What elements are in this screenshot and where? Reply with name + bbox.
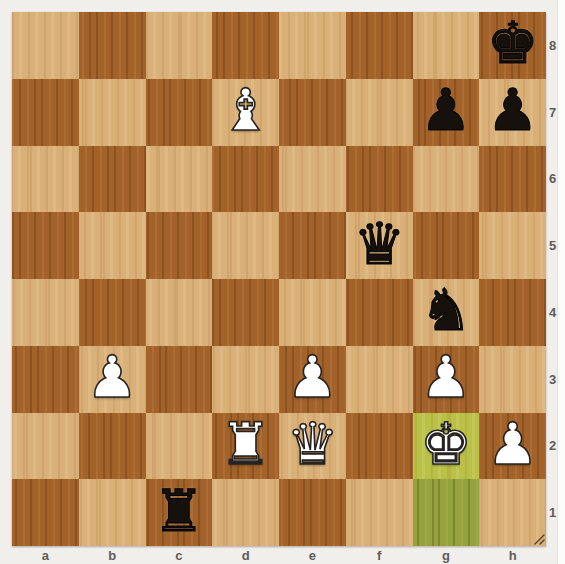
board-resize-handle-icon[interactable] [531,531,545,545]
black-pawn-h7[interactable]: ♟ [487,79,539,143]
square-b8[interactable] [79,12,146,79]
white-rook-d2[interactable]: ♜ [220,413,272,477]
square-h7[interactable]: ♟ [479,79,546,146]
square-d6[interactable] [212,146,279,213]
black-queen-f5[interactable]: ♛ [353,212,405,276]
black-pawn-g7[interactable]: ♟ [420,79,472,143]
chess-app-screen: ♚♝♟♟♛♞♟♟♟♜♛♚♟♜ abcdefgh 87654321 [0,0,565,564]
square-b2[interactable] [79,413,146,480]
square-f3[interactable] [346,346,413,413]
square-a2[interactable] [12,413,79,480]
file-label-d: d [212,546,279,564]
white-pawn-b3[interactable]: ♟ [86,346,138,410]
square-f6[interactable] [346,146,413,213]
square-e3[interactable]: ♟ [279,346,346,413]
file-label-a: a [12,546,79,564]
square-d1[interactable] [212,479,279,546]
white-pawn-g3[interactable]: ♟ [420,346,472,410]
square-e8[interactable] [279,12,346,79]
file-label-c: c [146,546,213,564]
square-h4[interactable] [479,279,546,346]
square-e2[interactable]: ♛ [279,413,346,480]
square-f1[interactable] [346,479,413,546]
square-d3[interactable] [212,346,279,413]
square-b5[interactable] [79,212,146,279]
square-c7[interactable] [146,79,213,146]
square-h6[interactable] [479,146,546,213]
square-g6[interactable] [413,146,480,213]
square-a6[interactable] [12,146,79,213]
white-king-g2[interactable]: ♚ [420,413,472,477]
square-d4[interactable] [212,279,279,346]
file-label-b: b [79,546,146,564]
square-a4[interactable] [12,279,79,346]
square-e7[interactable] [279,79,346,146]
square-f5[interactable]: ♛ [346,212,413,279]
square-c5[interactable] [146,212,213,279]
square-c4[interactable] [146,279,213,346]
square-a3[interactable] [12,346,79,413]
square-e4[interactable] [279,279,346,346]
square-a1[interactable] [12,479,79,546]
white-bishop-d7[interactable]: ♝ [220,79,272,143]
square-g4[interactable]: ♞ [413,279,480,346]
black-king-h8[interactable]: ♚ [487,12,539,76]
square-h3[interactable] [479,346,546,413]
square-g7[interactable]: ♟ [413,79,480,146]
square-a7[interactable] [12,79,79,146]
square-h2[interactable]: ♟ [479,413,546,480]
file-label-g: g [413,546,480,564]
square-e6[interactable] [279,146,346,213]
square-h5[interactable] [479,212,546,279]
square-d7[interactable]: ♝ [212,79,279,146]
square-d8[interactable] [212,12,279,79]
side-panel-edge [557,0,565,564]
square-c8[interactable] [146,12,213,79]
square-b4[interactable] [79,279,146,346]
square-f8[interactable] [346,12,413,79]
square-h8[interactable]: ♚ [479,12,546,79]
square-b7[interactable] [79,79,146,146]
file-label-e: e [279,546,346,564]
square-b6[interactable] [79,146,146,213]
square-g1[interactable] [413,479,480,546]
black-knight-g4[interactable]: ♞ [420,279,472,343]
square-e5[interactable] [279,212,346,279]
square-c2[interactable] [146,413,213,480]
white-pawn-h2[interactable]: ♟ [487,413,539,477]
square-d2[interactable]: ♜ [212,413,279,480]
square-g3[interactable]: ♟ [413,346,480,413]
chess-board[interactable]: ♚♝♟♟♛♞♟♟♟♜♛♚♟♜ [12,12,546,546]
square-g8[interactable] [413,12,480,79]
square-b1[interactable] [79,479,146,546]
file-label-h: h [479,546,546,564]
white-queen-e2[interactable]: ♛ [286,413,338,477]
square-h1[interactable] [479,479,546,546]
square-e1[interactable] [279,479,346,546]
square-f7[interactable] [346,79,413,146]
square-g5[interactable] [413,212,480,279]
square-c6[interactable] [146,146,213,213]
square-g2[interactable]: ♚ [413,413,480,480]
black-rook-c1[interactable]: ♜ [153,479,205,543]
square-f4[interactable] [346,279,413,346]
square-b3[interactable]: ♟ [79,346,146,413]
square-a5[interactable] [12,212,79,279]
square-d5[interactable] [212,212,279,279]
white-pawn-e3[interactable]: ♟ [286,346,338,410]
square-a8[interactable] [12,12,79,79]
square-f2[interactable] [346,413,413,480]
file-coordinates: abcdefgh [12,546,546,564]
square-c1[interactable]: ♜ [146,479,213,546]
file-label-f: f [346,546,413,564]
square-c3[interactable] [146,346,213,413]
